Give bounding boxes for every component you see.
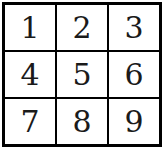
- cell-r1c2[interactable]: 2: [57, 5, 107, 50]
- cell-r1c1[interactable]: 1: [5, 5, 55, 50]
- number-grid-board: 1 2 3 4 5 6 7 8 9: [2, 2, 162, 147]
- cell-r2c2[interactable]: 5: [57, 52, 107, 97]
- cell-r3c2[interactable]: 8: [57, 99, 107, 144]
- cell-r2c3[interactable]: 6: [109, 52, 159, 97]
- cell-r3c1[interactable]: 7: [5, 99, 55, 144]
- cell-r2c1[interactable]: 4: [5, 52, 55, 97]
- cell-r3c3[interactable]: 9: [109, 99, 159, 144]
- cell-r1c3[interactable]: 3: [109, 5, 159, 50]
